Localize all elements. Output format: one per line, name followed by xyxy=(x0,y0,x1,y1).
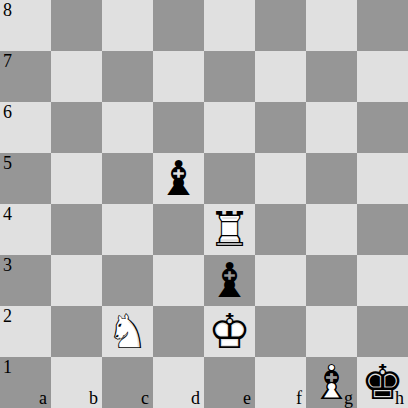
square-c8[interactable] xyxy=(102,0,153,51)
square-e3[interactable]: ♝ xyxy=(204,255,255,306)
square-b2[interactable] xyxy=(51,306,102,357)
file-label-e: e xyxy=(243,389,251,408)
piece-white-king-e2[interactable]: ♚♔ xyxy=(204,306,255,357)
rank-label-2: 2 xyxy=(3,306,12,326)
rank-label-8: 8 xyxy=(3,0,12,20)
square-g8[interactable] xyxy=(306,0,357,51)
square-e6[interactable] xyxy=(204,102,255,153)
file-label-c: c xyxy=(141,389,149,408)
square-f7[interactable] xyxy=(255,51,306,102)
piece-white-knight-c2[interactable]: ♞♘ xyxy=(102,306,153,357)
piece-white-rook-e4[interactable]: ♜♖ xyxy=(204,204,255,255)
square-a8[interactable]: 8 xyxy=(0,0,51,51)
rank-label-4: 4 xyxy=(3,204,12,224)
file-label-f: f xyxy=(296,389,302,408)
file-label-h: h xyxy=(395,389,404,408)
file-label-b: b xyxy=(89,389,98,408)
square-h4[interactable] xyxy=(357,204,408,255)
square-c4[interactable] xyxy=(102,204,153,255)
square-c3[interactable] xyxy=(102,255,153,306)
white-rook-glyph-outline: ♖ xyxy=(208,204,251,255)
square-g6[interactable] xyxy=(306,102,357,153)
square-d5[interactable]: ♝ xyxy=(153,153,204,204)
square-e8[interactable] xyxy=(204,0,255,51)
square-g4[interactable] xyxy=(306,204,357,255)
rank-label-7: 7 xyxy=(3,51,12,71)
square-a7[interactable]: 7 xyxy=(0,51,51,102)
square-f8[interactable] xyxy=(255,0,306,51)
square-g2[interactable] xyxy=(306,306,357,357)
square-h6[interactable] xyxy=(357,102,408,153)
square-d1[interactable]: d xyxy=(153,357,204,408)
square-f4[interactable] xyxy=(255,204,306,255)
piece-black-bishop-e3[interactable]: ♝ xyxy=(204,255,255,306)
square-h8[interactable] xyxy=(357,0,408,51)
square-d6[interactable] xyxy=(153,102,204,153)
white-king-glyph-outline: ♔ xyxy=(208,306,251,357)
black-bishop-glyph: ♝ xyxy=(208,255,251,306)
square-b6[interactable] xyxy=(51,102,102,153)
square-h1[interactable]: h♚ xyxy=(357,357,408,408)
square-h7[interactable] xyxy=(357,51,408,102)
file-label-g: g xyxy=(344,389,353,408)
chess-board: 8765♝4♜♖3♝2♞♘♚♔1abcdefg♝♗h♚ xyxy=(0,0,408,408)
square-g3[interactable] xyxy=(306,255,357,306)
square-e4[interactable]: ♜♖ xyxy=(204,204,255,255)
chess-diagram: 8765♝4♜♖3♝2♞♘♚♔1abcdefg♝♗h♚ xyxy=(0,0,408,408)
square-f6[interactable] xyxy=(255,102,306,153)
square-g7[interactable] xyxy=(306,51,357,102)
square-a3[interactable]: 3 xyxy=(0,255,51,306)
file-label-a: a xyxy=(39,389,47,408)
square-e5[interactable] xyxy=(204,153,255,204)
rank-label-5: 5 xyxy=(3,153,12,173)
square-a6[interactable]: 6 xyxy=(0,102,51,153)
square-b3[interactable] xyxy=(51,255,102,306)
square-h2[interactable] xyxy=(357,306,408,357)
square-a4[interactable]: 4 xyxy=(0,204,51,255)
square-d2[interactable] xyxy=(153,306,204,357)
square-f2[interactable] xyxy=(255,306,306,357)
square-f1[interactable]: f xyxy=(255,357,306,408)
square-d8[interactable] xyxy=(153,0,204,51)
square-h5[interactable] xyxy=(357,153,408,204)
square-e2[interactable]: ♚♔ xyxy=(204,306,255,357)
square-f3[interactable] xyxy=(255,255,306,306)
rank-label-6: 6 xyxy=(3,102,12,122)
square-c7[interactable] xyxy=(102,51,153,102)
piece-black-bishop-d5[interactable]: ♝ xyxy=(153,153,204,204)
rank-label-3: 3 xyxy=(3,255,12,275)
square-g1[interactable]: g♝♗ xyxy=(306,357,357,408)
square-b8[interactable] xyxy=(51,0,102,51)
square-c6[interactable] xyxy=(102,102,153,153)
file-label-d: d xyxy=(191,389,200,408)
square-d3[interactable] xyxy=(153,255,204,306)
square-b7[interactable] xyxy=(51,51,102,102)
square-e1[interactable]: e xyxy=(204,357,255,408)
square-h3[interactable] xyxy=(357,255,408,306)
square-d7[interactable] xyxy=(153,51,204,102)
square-a5[interactable]: 5 xyxy=(0,153,51,204)
square-g5[interactable] xyxy=(306,153,357,204)
rank-label-1: 1 xyxy=(3,357,12,377)
square-d4[interactable] xyxy=(153,204,204,255)
black-bishop-glyph: ♝ xyxy=(157,153,200,204)
square-f5[interactable] xyxy=(255,153,306,204)
square-b4[interactable] xyxy=(51,204,102,255)
square-c5[interactable] xyxy=(102,153,153,204)
square-a1[interactable]: 1a xyxy=(0,357,51,408)
white-knight-glyph-outline: ♘ xyxy=(106,306,149,357)
square-e7[interactable] xyxy=(204,51,255,102)
square-c1[interactable]: c xyxy=(102,357,153,408)
square-c2[interactable]: ♞♘ xyxy=(102,306,153,357)
square-b5[interactable] xyxy=(51,153,102,204)
square-a2[interactable]: 2 xyxy=(0,306,51,357)
square-b1[interactable]: b xyxy=(51,357,102,408)
